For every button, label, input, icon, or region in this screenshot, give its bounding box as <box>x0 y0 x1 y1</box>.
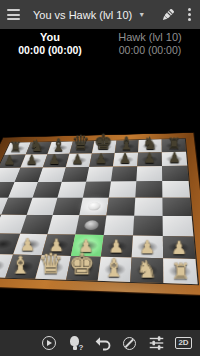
square-g3[interactable] <box>133 216 163 236</box>
chess-board[interactable]: ♜♞♝♛♚♝♞♜♟♟♟♟♟♟♟♟♟♟♟♟♟♟♟♟♜♞♝♛♚♝♞♜ <box>0 138 199 285</box>
square-h4[interactable] <box>162 198 191 216</box>
piece-white-rook-h1[interactable]: ♜ <box>160 261 200 283</box>
app-bar: You vs Hawk (lvl 10) ▼ <box>0 0 200 29</box>
square-h2[interactable]: ♟ <box>163 236 196 259</box>
legal-move-indicator-e4[interactable] <box>87 202 101 210</box>
square-f6[interactable] <box>111 166 137 181</box>
square-h1[interactable]: ♜ <box>163 258 198 284</box>
play-icon <box>42 336 56 350</box>
block-button[interactable] <box>116 330 143 356</box>
overflow-menu-icon[interactable] <box>188 8 191 21</box>
square-e4[interactable] <box>79 198 109 216</box>
dropdown-caret-icon[interactable]: ▼ <box>138 11 145 18</box>
wooden-board-frame: ♜♞♝♛♚♝♞♜♟♟♟♟♟♟♟♟♟♟♟♟♟♟♟♟♜♞♝♛♚♝♞♜ <box>0 133 200 297</box>
square-f5[interactable] <box>109 181 137 197</box>
settings-button[interactable] <box>143 330 170 356</box>
square-e5[interactable] <box>83 181 111 197</box>
square-g4[interactable] <box>134 198 162 216</box>
square-h7[interactable]: ♟ <box>162 152 187 166</box>
tune-sliders-icon <box>148 334 165 352</box>
player-white-panel: You 00:00 (00:00) <box>0 29 100 57</box>
square-b4[interactable] <box>1 198 32 215</box>
chess-app: You vs Hawk (lvl 10) ▼ You 00:00 (00:00)… <box>0 0 200 356</box>
square-h6[interactable] <box>162 166 189 181</box>
play-button[interactable] <box>35 330 62 356</box>
players-strip: You 00:00 (00:00) Hawk (lvl 10) 00:00 (0… <box>0 29 200 57</box>
square-d3[interactable] <box>47 215 79 235</box>
lightbulb-hint-icon <box>68 335 84 351</box>
undo-arrow-icon <box>94 334 112 352</box>
square-g1[interactable]: ♞ <box>130 257 163 283</box>
square-d5[interactable] <box>57 182 86 198</box>
square-e3[interactable] <box>75 215 106 235</box>
legal-move-indicator-e3[interactable] <box>83 220 99 230</box>
menu-icon[interactable] <box>7 9 20 20</box>
square-g7[interactable]: ♟ <box>137 152 162 166</box>
hint-button[interactable] <box>62 330 89 356</box>
piece-white-pawn-h2[interactable]: ♟ <box>160 240 199 258</box>
undo-button[interactable] <box>89 330 116 356</box>
edit-pencil-icon[interactable] <box>159 6 177 24</box>
player-black-clock: 00:00 (00:00) <box>100 44 200 56</box>
square-h5[interactable] <box>162 181 190 198</box>
square-g6[interactable] <box>136 166 162 181</box>
view-2d-button[interactable]: 2D <box>170 330 197 356</box>
player-white-clock: 00:00 (00:00) <box>0 44 100 56</box>
square-f3[interactable] <box>104 215 134 235</box>
board-scene: ♜♞♝♛♚♝♞♜♟♟♟♟♟♟♟♟♟♟♟♟♟♟♟♟♜♞♝♛♚♝♞♜ <box>0 57 200 330</box>
player-white-name: You <box>0 31 100 44</box>
square-f4[interactable] <box>106 198 135 216</box>
view-2d-label: 2D <box>175 337 191 349</box>
square-g5[interactable] <box>135 181 162 198</box>
square-h3[interactable] <box>163 216 194 237</box>
square-e6[interactable] <box>86 167 113 182</box>
block-icon <box>123 337 136 350</box>
player-black-name: Hawk (lvl 10) <box>100 31 200 44</box>
player-black-panel: Hawk (lvl 10) 00:00 (00:00) <box>100 29 200 57</box>
piece-black-pawn-h7[interactable]: ♟ <box>159 151 189 165</box>
game-title-dropdown[interactable]: You vs Hawk (lvl 10) <box>33 9 132 21</box>
bottom-toolbar: 2D <box>0 330 200 356</box>
square-d6[interactable] <box>62 167 89 182</box>
square-d4[interactable] <box>53 198 83 216</box>
